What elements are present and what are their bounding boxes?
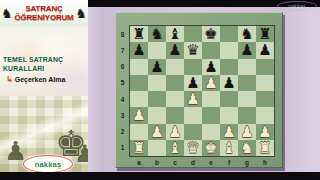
square-f3[interactable] (220, 107, 238, 123)
black-pawn: ♟ (240, 42, 253, 58)
chess-board: 87654321 ♜♞♝♚♞♜♟♟♛♟♟♟♟♟♟♟♟♟♟♟♟♟♟♜♝♛♚♝♞♜ … (115, 12, 283, 168)
black-knight: ♞ (240, 26, 253, 42)
square-g5[interactable] (238, 75, 256, 91)
letterbox-bottom (0, 172, 320, 180)
lesson-title: Geçerken Alma (15, 76, 66, 83)
file-label-c: c (166, 157, 184, 168)
square-g6[interactable] (238, 59, 256, 75)
square-b4[interactable] (148, 91, 166, 107)
square-d3[interactable] (184, 107, 202, 123)
square-g1[interactable]: ♞ (238, 140, 256, 156)
white-pawn: ♟ (222, 124, 235, 140)
square-f7[interactable] (220, 42, 238, 58)
black-king: ♚ (204, 26, 217, 42)
rank-label-2: 2 (117, 124, 128, 140)
watermark-logo: nakkaş (277, 1, 317, 11)
square-b7[interactable] (148, 42, 166, 58)
square-c5[interactable] (166, 75, 184, 91)
rank-label-1: 1 (117, 140, 128, 156)
file-label-g: g (238, 157, 256, 168)
square-f6[interactable] (220, 59, 238, 75)
white-queen: ♛ (186, 140, 199, 156)
square-e8[interactable]: ♚ (202, 26, 220, 42)
square-h6[interactable] (256, 59, 274, 75)
file-label-b: b (148, 157, 166, 168)
black-pawn: ♟ (186, 75, 199, 91)
knight-icon-left: ♞ (1, 7, 13, 20)
rank-label-3: 3 (117, 107, 128, 123)
square-e2[interactable] (202, 124, 220, 140)
rank-label-8: 8 (117, 26, 128, 42)
white-pawn: ♟ (186, 91, 199, 107)
square-e6[interactable]: ♟ (202, 59, 220, 75)
square-g4[interactable] (238, 91, 256, 107)
file-label-e: e (202, 157, 220, 168)
white-pawn: ♟ (258, 124, 271, 140)
square-a2[interactable] (130, 124, 148, 140)
square-f1[interactable]: ♝ (220, 140, 238, 156)
black-knight: ♞ (150, 26, 163, 42)
publisher-logo-text: nakkaş (35, 160, 62, 169)
black-queen: ♛ (186, 42, 199, 58)
square-b1[interactable] (148, 140, 166, 156)
lesson-item: ↳ Geçerken Alma (3, 76, 87, 83)
board-squares: ♜♞♝♚♞♜♟♟♛♟♟♟♟♟♟♟♟♟♟♟♟♟♟♜♝♛♚♝♞♜ (129, 25, 275, 157)
square-a5[interactable] (130, 75, 148, 91)
white-bishop: ♝ (222, 140, 235, 156)
square-h8[interactable]: ♜ (256, 26, 274, 42)
black-rook: ♜ (258, 26, 271, 42)
square-a3[interactable]: ♟ (130, 107, 148, 123)
rank-label-4: 4 (117, 91, 128, 107)
square-d7[interactable]: ♛ (184, 42, 202, 58)
square-c1[interactable]: ♝ (166, 140, 184, 156)
square-a6[interactable] (130, 59, 148, 75)
square-g8[interactable]: ♞ (238, 26, 256, 42)
file-labels: abcdefgh (130, 157, 274, 168)
black-pawn: ♟ (258, 42, 271, 58)
square-a1[interactable]: ♜ (130, 140, 148, 156)
square-g7[interactable]: ♟ (238, 42, 256, 58)
square-h2[interactable]: ♟ (256, 124, 274, 140)
square-f8[interactable] (220, 26, 238, 42)
series-title: TEMEL SATRANÇ KURALLARI (3, 56, 87, 73)
white-knight: ♞ (240, 140, 253, 156)
screen: nakkaş 87654321 ♜♞♝♚♞♜♟♟♛♟♟♟♟♟♟♟♟♟♟♟♟♟♟♜… (0, 0, 320, 180)
black-rook: ♜ (132, 26, 145, 42)
white-pawn: ♟ (132, 107, 145, 123)
square-c3[interactable] (166, 107, 184, 123)
square-h7[interactable]: ♟ (256, 42, 274, 58)
watermark-text: nakkaş (288, 3, 306, 9)
square-f4[interactable] (220, 91, 238, 107)
black-pawn: ♟ (222, 75, 235, 91)
white-king: ♚ (204, 140, 217, 156)
square-e5[interactable]: ♟ (202, 75, 220, 91)
black-pawn: ♟ (168, 42, 181, 58)
file-label-h: h (256, 157, 274, 168)
square-h3[interactable] (256, 107, 274, 123)
square-h4[interactable] (256, 91, 274, 107)
rank-label-7: 7 (117, 42, 128, 58)
app-title-banner: ♞ SATRANÇ ÖĞRENİYORUM ♞ (0, 0, 88, 26)
rank-label-5: 5 (117, 75, 128, 91)
white-rook: ♜ (132, 140, 145, 156)
series-title-line1: TEMEL SATRANÇ (3, 56, 87, 65)
square-b3[interactable] (148, 107, 166, 123)
square-c8[interactable]: ♝ (166, 26, 184, 42)
black-pawn: ♟ (132, 42, 145, 58)
black-pawn: ♟ (204, 59, 217, 75)
square-f5[interactable]: ♟ (220, 75, 238, 91)
arrow-bullet-icon: ↳ (6, 76, 13, 83)
white-pawn: ♟ (150, 124, 163, 140)
app-title: SATRANÇ ÖĞRENİYORUM (13, 4, 76, 22)
rank-label-6: 6 (117, 59, 128, 75)
rank-labels: 87654321 (117, 26, 128, 156)
sidebar: ♞ SATRANÇ ÖĞRENİYORUM ♞ TEMEL SATRANÇ KU… (0, 0, 88, 172)
publisher-logo: nakkaş (23, 155, 73, 173)
lesson-info: TEMEL SATRANÇ KURALLARI ↳ Geçerken Alma (3, 56, 87, 83)
file-label-a: a (130, 157, 148, 168)
square-d5[interactable]: ♟ (184, 75, 202, 91)
square-d2[interactable] (184, 124, 202, 140)
square-d8[interactable] (184, 26, 202, 42)
white-rook: ♜ (258, 140, 271, 156)
file-label-d: d (184, 157, 202, 168)
square-e7[interactable] (202, 42, 220, 58)
square-e4[interactable] (202, 91, 220, 107)
square-b8[interactable]: ♞ (148, 26, 166, 42)
app-title-line2: ÖĞRENİYORUM (13, 13, 76, 22)
square-d6[interactable] (184, 59, 202, 75)
black-bishop: ♝ (168, 26, 181, 42)
black-pawn: ♟ (150, 59, 163, 75)
white-pawn: ♟ (204, 75, 217, 91)
square-a4[interactable] (130, 91, 148, 107)
square-d4[interactable]: ♟ (184, 91, 202, 107)
white-pawn: ♟ (240, 124, 253, 140)
square-b6[interactable]: ♟ (148, 59, 166, 75)
square-c7[interactable]: ♟ (166, 42, 184, 58)
series-title-line2: KURALLARI (3, 65, 87, 74)
square-h1[interactable]: ♜ (256, 140, 274, 156)
square-b2[interactable]: ♟ (148, 124, 166, 140)
square-c2[interactable]: ♟ (166, 124, 184, 140)
square-b5[interactable] (148, 75, 166, 91)
square-a8[interactable]: ♜ (130, 26, 148, 42)
square-e1[interactable]: ♚ (202, 140, 220, 156)
white-bishop: ♝ (168, 140, 181, 156)
square-g2[interactable]: ♟ (238, 124, 256, 140)
white-pawn: ♟ (168, 124, 181, 140)
square-c6[interactable] (166, 59, 184, 75)
decor-pawn-icon: ♟ (74, 142, 88, 166)
square-f2[interactable]: ♟ (220, 124, 238, 140)
square-g3[interactable] (238, 107, 256, 123)
knight-icon-right: ♞ (75, 7, 87, 20)
square-e3[interactable] (202, 107, 220, 123)
app-title-line1: SATRANÇ (13, 4, 76, 13)
square-d1[interactable]: ♛ (184, 140, 202, 156)
square-a7[interactable]: ♟ (130, 42, 148, 58)
file-label-f: f (220, 157, 238, 168)
square-c4[interactable] (166, 91, 184, 107)
square-h5[interactable] (256, 75, 274, 91)
